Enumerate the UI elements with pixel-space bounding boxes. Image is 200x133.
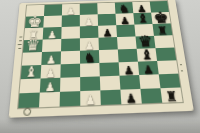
square-d2: ♟ xyxy=(41,51,61,65)
square-h2 xyxy=(44,4,62,16)
black-bishop: ♝ xyxy=(136,14,149,25)
square-a3 xyxy=(60,91,81,106)
square-b3 xyxy=(60,77,80,92)
black-bishop: ♝ xyxy=(140,49,154,61)
square-d7: ♝ xyxy=(137,48,157,61)
border-print-mark xyxy=(18,44,22,45)
background-shadow xyxy=(0,119,200,133)
square-b6 xyxy=(120,75,141,90)
white-pawn: ♟ xyxy=(84,41,94,50)
white-pawn: ♟ xyxy=(45,82,56,93)
board-logo-stamp xyxy=(23,108,31,116)
square-g6: ♟ xyxy=(116,13,135,25)
square-h3: ♟ xyxy=(62,4,80,16)
square-f2: ♟ xyxy=(43,27,62,40)
square-g5 xyxy=(98,14,117,26)
square-d1 xyxy=(22,52,42,66)
border-print-mark xyxy=(18,48,21,49)
board-perspective-wrapper: ♟♞♟♚♟♟♝♚♜♟♟♜♛♟♛♟♞♝♝♟♟♟♟♟♟♜ xyxy=(9,0,194,118)
table-surface: ♟♞♟♚♟♟♝♚♜♟♟♜♛♟♛♟♞♝♝♟♟♟♟♟♟♜ xyxy=(0,0,200,133)
square-d6 xyxy=(118,49,138,63)
square-b8 xyxy=(159,74,181,89)
square-h7: ♟ xyxy=(132,2,151,14)
white-queen: ♛ xyxy=(25,39,40,53)
square-e7: ♛ xyxy=(136,36,156,49)
border-print-mark xyxy=(181,70,183,71)
border-print-mark xyxy=(180,64,182,65)
square-g3 xyxy=(62,15,80,27)
square-e5 xyxy=(98,37,117,50)
square-a4: ♟ xyxy=(80,90,101,105)
square-e2 xyxy=(42,39,61,52)
square-h1 xyxy=(26,5,45,17)
black-pawn: ♟ xyxy=(103,29,113,38)
black-pawn: ♟ xyxy=(124,65,135,75)
square-f1: ♜ xyxy=(24,28,43,41)
square-c4 xyxy=(80,63,100,77)
square-e6 xyxy=(117,36,137,49)
square-a1 xyxy=(18,93,40,108)
square-c6: ♟ xyxy=(119,62,140,76)
white-pawn: ♟ xyxy=(46,55,56,65)
square-c1: ♝ xyxy=(21,65,42,79)
square-f7 xyxy=(134,24,154,36)
square-c7: ♟ xyxy=(138,61,159,75)
square-g7: ♝ xyxy=(133,13,152,25)
square-e8 xyxy=(154,35,174,48)
square-a7 xyxy=(140,88,162,103)
square-b2: ♟ xyxy=(40,78,61,93)
black-pawn: ♟ xyxy=(126,93,137,104)
black-pawn: ♟ xyxy=(143,65,154,75)
square-d5 xyxy=(99,49,119,63)
black-rook: ♜ xyxy=(157,26,169,36)
square-g4: ♟ xyxy=(80,14,98,26)
chess-board: ♟♞♟♚♟♟♝♚♜♟♟♜♛♟♛♟♞♝♝♟♟♟♟♟♟♜ xyxy=(9,0,194,118)
square-e1: ♛ xyxy=(23,40,43,53)
square-b7 xyxy=(139,74,160,89)
square-h8 xyxy=(150,1,169,13)
square-f4 xyxy=(80,26,99,39)
square-e4: ♟ xyxy=(80,38,99,51)
square-h4 xyxy=(80,3,98,15)
white-king: ♚ xyxy=(27,15,42,28)
black-queen: ♛ xyxy=(138,35,153,48)
square-f3 xyxy=(61,26,80,39)
square-a6: ♟ xyxy=(120,89,141,104)
square-d4: ♞ xyxy=(80,50,99,64)
square-b5 xyxy=(100,76,121,91)
square-a2 xyxy=(39,92,60,107)
square-b1 xyxy=(20,78,41,93)
black-king: ♚ xyxy=(153,11,169,24)
square-d8 xyxy=(155,48,176,61)
square-f5: ♟ xyxy=(98,25,117,38)
black-rook: ♜ xyxy=(165,91,178,103)
square-a5 xyxy=(100,90,121,105)
square-c2: ♟ xyxy=(41,64,61,78)
black-knight: ♞ xyxy=(118,4,130,14)
square-b4 xyxy=(80,76,100,91)
border-print-mark xyxy=(19,40,22,41)
square-g1: ♚ xyxy=(25,16,44,28)
square-h5 xyxy=(97,3,115,15)
square-e3 xyxy=(61,38,80,51)
square-f6 xyxy=(116,25,135,37)
white-pawn: ♟ xyxy=(84,18,94,27)
square-c3 xyxy=(60,64,80,78)
board-squares: ♟♞♟♚♟♟♝♚♜♟♟♜♛♟♛♟♞♝♝♟♟♟♟♟♟♜ xyxy=(18,1,182,108)
square-f8: ♜ xyxy=(152,23,172,35)
square-a8: ♜ xyxy=(160,87,182,102)
white-pawn: ♟ xyxy=(45,68,56,78)
white-rook: ♜ xyxy=(28,30,39,40)
black-pawn: ♟ xyxy=(120,16,130,25)
square-c8 xyxy=(157,60,178,74)
white-pawn: ♟ xyxy=(85,95,96,106)
border-print-mark xyxy=(19,36,22,37)
white-bishop: ♝ xyxy=(24,66,38,79)
square-g2 xyxy=(43,15,62,27)
square-c5 xyxy=(99,62,119,76)
square-d3 xyxy=(61,51,80,65)
square-g8: ♚ xyxy=(151,12,170,24)
black-knight: ♞ xyxy=(84,52,96,63)
square-h6: ♞ xyxy=(115,2,134,14)
white-pawn: ♟ xyxy=(47,30,57,39)
